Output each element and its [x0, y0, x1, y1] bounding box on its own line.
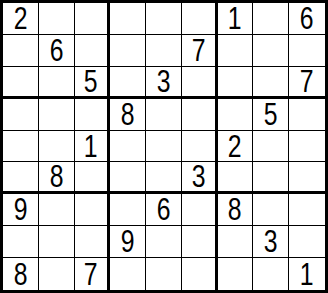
- given-digit: 8: [228, 194, 242, 225]
- cell-r7c3[interactable]: [75, 194, 111, 226]
- cell-r9c9: 1: [289, 258, 325, 290]
- cell-r4c1[interactable]: [3, 99, 39, 131]
- cell-r3c5: 3: [146, 67, 182, 99]
- cell-r5c6[interactable]: [182, 131, 218, 163]
- cell-r2c8[interactable]: [253, 35, 289, 67]
- cell-r8c5[interactable]: [146, 226, 182, 258]
- cell-r1c4[interactable]: [110, 3, 146, 35]
- cell-r2c9[interactable]: [289, 35, 325, 67]
- cell-r3c4[interactable]: [110, 67, 146, 99]
- cell-r1c7: 1: [218, 3, 254, 35]
- given-digit: 8: [13, 259, 27, 290]
- cell-r5c4[interactable]: [110, 131, 146, 163]
- cell-r6c2: 8: [39, 162, 75, 194]
- cell-r4c6[interactable]: [182, 99, 218, 131]
- given-digit: 8: [121, 99, 135, 130]
- cell-r9c8[interactable]: [253, 258, 289, 290]
- cell-r7c9[interactable]: [289, 194, 325, 226]
- given-digit: 5: [264, 99, 278, 130]
- given-digit: 9: [13, 194, 27, 225]
- cell-r4c9[interactable]: [289, 99, 325, 131]
- cell-r6c1[interactable]: [3, 162, 39, 194]
- cell-r5c7: 2: [218, 131, 254, 163]
- given-digit: 3: [157, 67, 171, 97]
- cell-r5c5[interactable]: [146, 131, 182, 163]
- cell-r2c1[interactable]: [3, 35, 39, 67]
- given-digit: 1: [300, 259, 314, 290]
- cell-r4c7[interactable]: [218, 99, 254, 131]
- given-digit: 6: [49, 35, 63, 66]
- cell-r8c8: 3: [253, 226, 289, 258]
- cell-r2c5[interactable]: [146, 35, 182, 67]
- given-digit: 5: [84, 67, 98, 97]
- cell-r7c6[interactable]: [182, 194, 218, 226]
- cell-r6c7[interactable]: [218, 162, 254, 194]
- cell-r1c6[interactable]: [182, 3, 218, 35]
- cell-r5c3: 1: [75, 131, 111, 163]
- cell-r9c3: 7: [75, 258, 111, 290]
- cell-r8c4: 9: [110, 226, 146, 258]
- cell-r1c9: 6: [289, 3, 325, 35]
- cell-r3c3: 5: [75, 67, 111, 99]
- cell-r1c5[interactable]: [146, 3, 182, 35]
- cell-r9c1: 8: [3, 258, 39, 290]
- given-digit: 1: [84, 131, 98, 162]
- cell-r2c4[interactable]: [110, 35, 146, 67]
- cell-r3c2[interactable]: [39, 67, 75, 99]
- given-digit: 3: [264, 226, 278, 257]
- cell-r6c8[interactable]: [253, 162, 289, 194]
- cell-r9c7[interactable]: [218, 258, 254, 290]
- given-digit: 3: [191, 162, 205, 192]
- cell-r6c5[interactable]: [146, 162, 182, 194]
- cell-r2c7[interactable]: [218, 35, 254, 67]
- cell-r8c9[interactable]: [289, 226, 325, 258]
- given-digit: 9: [121, 226, 135, 257]
- cell-r9c4[interactable]: [110, 258, 146, 290]
- cell-r7c4[interactable]: [110, 194, 146, 226]
- cell-r6c9[interactable]: [289, 162, 325, 194]
- sudoku-board: 2166753785128396893871: [0, 0, 328, 293]
- given-digit: 7: [300, 67, 314, 97]
- given-digit: 2: [13, 3, 27, 34]
- cell-r9c5[interactable]: [146, 258, 182, 290]
- cell-r7c5: 6: [146, 194, 182, 226]
- cell-r5c2[interactable]: [39, 131, 75, 163]
- cell-r1c2[interactable]: [39, 3, 75, 35]
- cell-r2c2: 6: [39, 35, 75, 67]
- given-digit: 2: [228, 131, 242, 162]
- cell-r7c2[interactable]: [39, 194, 75, 226]
- cell-r7c7: 8: [218, 194, 254, 226]
- cell-r3c9: 7: [289, 67, 325, 99]
- cell-r5c9[interactable]: [289, 131, 325, 163]
- cell-r4c3[interactable]: [75, 99, 111, 131]
- cell-r3c7[interactable]: [218, 67, 254, 99]
- cell-r8c6[interactable]: [182, 226, 218, 258]
- cell-r7c8[interactable]: [253, 194, 289, 226]
- cell-r8c7[interactable]: [218, 226, 254, 258]
- given-digit: 6: [300, 3, 314, 34]
- cell-r4c4: 8: [110, 99, 146, 131]
- cell-r5c1[interactable]: [3, 131, 39, 163]
- cell-r4c2[interactable]: [39, 99, 75, 131]
- cell-r4c8: 5: [253, 99, 289, 131]
- given-digit: 7: [191, 35, 205, 66]
- cell-r2c3[interactable]: [75, 35, 111, 67]
- cell-r7c1: 9: [3, 194, 39, 226]
- given-digit: 1: [228, 3, 242, 34]
- cell-r6c3[interactable]: [75, 162, 111, 194]
- cell-r3c1[interactable]: [3, 67, 39, 99]
- cell-r6c4[interactable]: [110, 162, 146, 194]
- cell-r1c8[interactable]: [253, 3, 289, 35]
- given-digit: 7: [84, 259, 98, 290]
- cell-r8c2[interactable]: [39, 226, 75, 258]
- cell-r8c1[interactable]: [3, 226, 39, 258]
- cell-r9c2[interactable]: [39, 258, 75, 290]
- cell-r8c3[interactable]: [75, 226, 111, 258]
- cell-r5c8[interactable]: [253, 131, 289, 163]
- cell-r3c6[interactable]: [182, 67, 218, 99]
- given-digit: 8: [49, 162, 63, 192]
- cell-r3c8[interactable]: [253, 67, 289, 99]
- cell-r6c6: 3: [182, 162, 218, 194]
- given-digit: 6: [157, 194, 171, 225]
- cell-r2c6: 7: [182, 35, 218, 67]
- cell-r1c1: 2: [3, 3, 39, 35]
- cell-r4c5[interactable]: [146, 99, 182, 131]
- cell-r1c3[interactable]: [75, 3, 111, 35]
- cell-r9c6[interactable]: [182, 258, 218, 290]
